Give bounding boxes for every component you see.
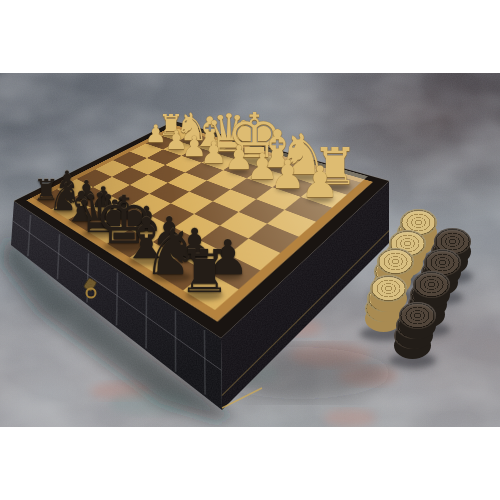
draughts-disc-face <box>413 271 450 298</box>
draughts-stacks-layer <box>0 73 500 427</box>
draughts-disc-face <box>399 302 436 329</box>
chess-set-photo: ♜♞♟♝♟♛♟♚♟♝♟♞♟♜♟♟♟♟♜♟♞♟♝♟♛♟♚♟♝♟♞♜ <box>0 73 500 427</box>
auction-photo-page: ♜♞♟♝♟♛♟♚♟♝♟♞♟♜♟♟♟♟♜♟♞♟♝♟♛♟♚♟♝♟♞♜ <box>0 0 500 500</box>
draughts-disc-face <box>377 248 414 275</box>
draughts-disc-dark <box>399 302 436 339</box>
draughts-disc-face <box>370 275 407 302</box>
